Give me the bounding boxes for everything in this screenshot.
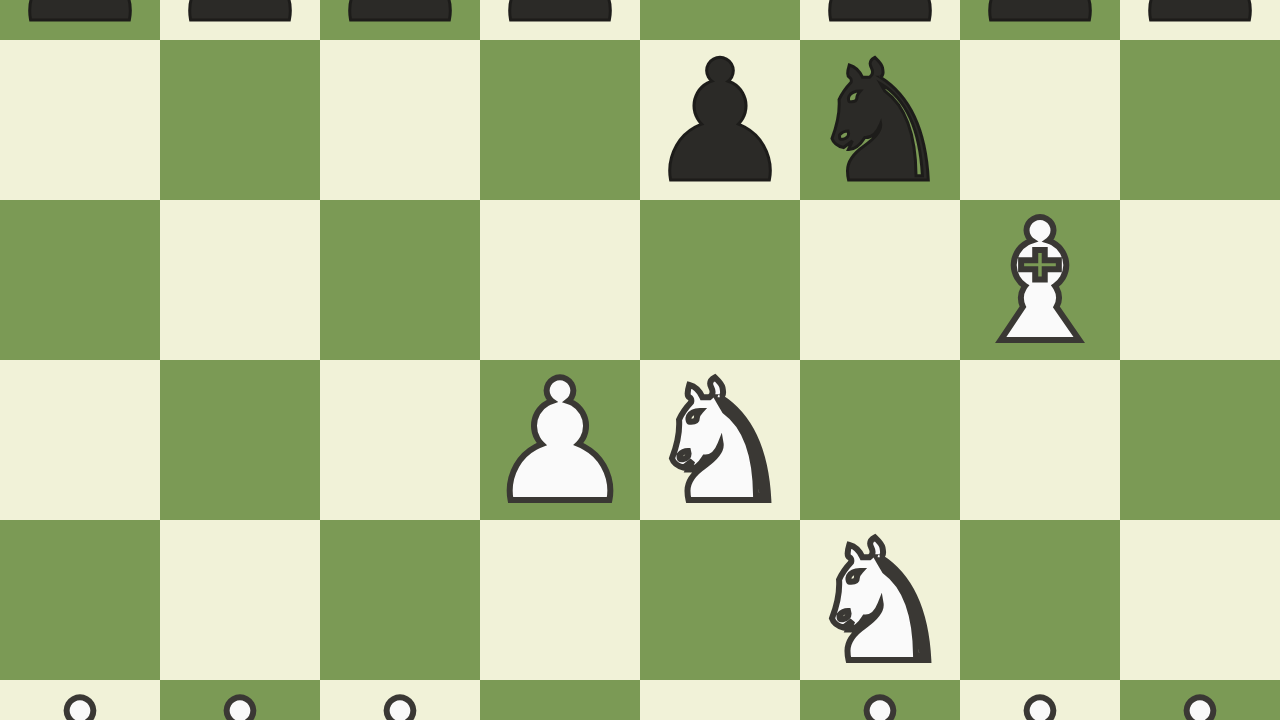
black-pawn-on-d7[interactable]: ♟ [485, 0, 636, 42]
board-viewport: ♜♞♝♛♚♝♜♟♟♟♟♟♟♟♟♞♝♟♞♞♟♟♟♟♟♟♜♛♚♝♜ [0, 0, 1280, 720]
square-h6[interactable] [1120, 40, 1280, 200]
square-g7[interactable]: ♟ [960, 0, 1120, 40]
square-d7[interactable]: ♟ [480, 0, 640, 40]
square-h7[interactable]: ♟ [1120, 0, 1280, 40]
square-d6[interactable] [480, 40, 640, 200]
square-h4[interactable] [1120, 360, 1280, 520]
square-b5[interactable] [160, 200, 320, 360]
white-pawn-on-h2[interactable]: ♟ [1125, 682, 1276, 720]
square-g4[interactable] [960, 360, 1120, 520]
square-f3[interactable]: ♞ [800, 520, 960, 680]
square-c5[interactable] [320, 200, 480, 360]
square-b2[interactable]: ♟ [160, 680, 320, 720]
square-a5[interactable] [0, 200, 160, 360]
square-c7[interactable]: ♟ [320, 0, 480, 40]
square-e6[interactable]: ♟ [640, 40, 800, 200]
square-b3[interactable] [160, 520, 320, 680]
square-e3[interactable] [640, 520, 800, 680]
square-a4[interactable] [0, 360, 160, 520]
square-g6[interactable] [960, 40, 1120, 200]
square-h2[interactable]: ♟ [1120, 680, 1280, 720]
square-g2[interactable]: ♟ [960, 680, 1120, 720]
square-f5[interactable] [800, 200, 960, 360]
square-f4[interactable] [800, 360, 960, 520]
white-knight-on-e4[interactable]: ♞ [645, 362, 796, 522]
square-g3[interactable] [960, 520, 1120, 680]
square-e2[interactable] [640, 680, 800, 720]
square-c3[interactable] [320, 520, 480, 680]
white-knight-on-f3[interactable]: ♞ [805, 522, 956, 682]
square-c2[interactable]: ♟ [320, 680, 480, 720]
square-d4[interactable]: ♟ [480, 360, 640, 520]
square-h3[interactable] [1120, 520, 1280, 680]
square-e5[interactable] [640, 200, 800, 360]
square-h5[interactable] [1120, 200, 1280, 360]
square-e4[interactable]: ♞ [640, 360, 800, 520]
chess-board: ♜♞♝♛♚♝♜♟♟♟♟♟♟♟♟♞♝♟♞♞♟♟♟♟♟♟♜♛♚♝♜ [0, 0, 1280, 720]
black-pawn-on-b7[interactable]: ♟ [165, 0, 316, 42]
white-pawn-on-c2[interactable]: ♟ [325, 682, 476, 720]
white-pawn-on-g2[interactable]: ♟ [965, 682, 1116, 720]
white-pawn-on-a2[interactable]: ♟ [5, 682, 156, 720]
square-d2[interactable] [480, 680, 640, 720]
black-knight-on-f6[interactable]: ♞ [805, 42, 956, 202]
square-b6[interactable] [160, 40, 320, 200]
square-g5[interactable]: ♝ [960, 200, 1120, 360]
square-d3[interactable] [480, 520, 640, 680]
square-a7[interactable]: ♟ [0, 0, 160, 40]
black-pawn-on-a7[interactable]: ♟ [5, 0, 156, 42]
black-pawn-on-h7[interactable]: ♟ [1125, 0, 1276, 42]
square-a6[interactable] [0, 40, 160, 200]
square-f6[interactable]: ♞ [800, 40, 960, 200]
square-b4[interactable] [160, 360, 320, 520]
square-c4[interactable] [320, 360, 480, 520]
square-f2[interactable]: ♟ [800, 680, 960, 720]
white-pawn-on-d4[interactable]: ♟ [485, 362, 636, 522]
square-d5[interactable] [480, 200, 640, 360]
black-pawn-on-g7[interactable]: ♟ [965, 0, 1116, 42]
white-pawn-on-b2[interactable]: ♟ [165, 682, 316, 720]
white-pawn-on-f2[interactable]: ♟ [805, 682, 956, 720]
black-pawn-on-c7[interactable]: ♟ [325, 0, 476, 42]
white-bishop-on-g5[interactable]: ♝ [965, 202, 1116, 362]
square-a2[interactable]: ♟ [0, 680, 160, 720]
square-c6[interactable] [320, 40, 480, 200]
black-pawn-on-e6[interactable]: ♟ [645, 42, 796, 202]
square-b7[interactable]: ♟ [160, 0, 320, 40]
square-a3[interactable] [0, 520, 160, 680]
